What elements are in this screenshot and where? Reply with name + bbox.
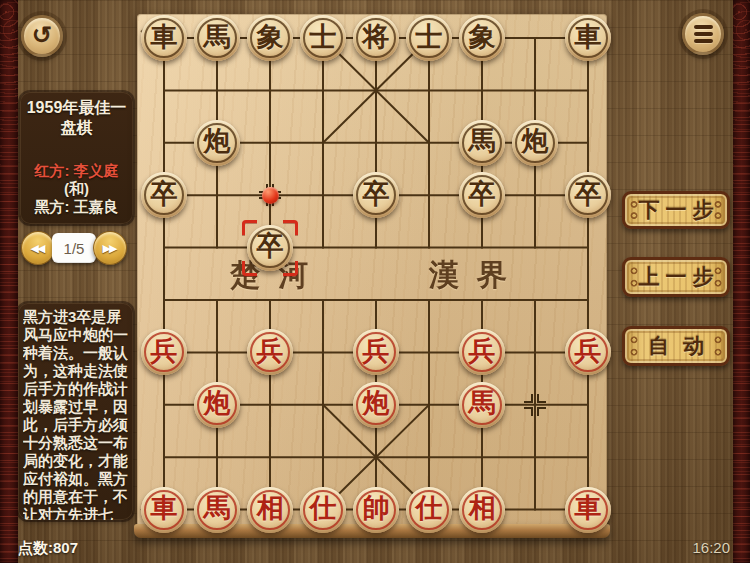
piece-glyph: 兵 xyxy=(151,338,178,365)
piece-red-相[interactable]: 相 xyxy=(247,487,293,533)
piece-glyph: 兵 xyxy=(469,338,496,365)
red-player-label: 红方: 李义庭 xyxy=(20,162,133,181)
right-ornament-strip xyxy=(733,0,750,563)
scroll-ornament-icon xyxy=(713,200,723,220)
piece-red-馬[interactable]: 馬 xyxy=(459,382,505,428)
piece-glyph: 車 xyxy=(151,495,178,522)
piece-black-象[interactable]: 象 xyxy=(247,15,293,61)
piece-black-車[interactable]: 車 xyxy=(565,15,611,61)
piece-glyph: 仕 xyxy=(416,495,443,522)
piece-glyph: 馬 xyxy=(204,495,231,522)
double-left-chevron-icon: ◀◀ xyxy=(31,242,44,255)
piece-glyph: 卒 xyxy=(363,181,390,208)
piece-red-炮[interactable]: 炮 xyxy=(353,382,399,428)
piece-glyph: 炮 xyxy=(204,390,231,417)
piece-glyph: 相 xyxy=(469,495,496,522)
piece-glyph: 象 xyxy=(257,24,284,51)
piece-black-象[interactable]: 象 xyxy=(459,15,505,61)
piece-glyph: 卒 xyxy=(575,181,602,208)
double-right-chevron-icon: ▶▶ xyxy=(103,242,116,255)
piece-red-炮[interactable]: 炮 xyxy=(194,382,240,428)
piece-black-将[interactable]: 将 xyxy=(353,15,399,61)
piece-glyph: 士 xyxy=(310,24,337,51)
piece-red-車[interactable]: 車 xyxy=(565,487,611,533)
prev-move-button[interactable]: 上一步 xyxy=(622,257,730,297)
scroll-ornament-icon xyxy=(713,266,723,288)
piece-glyph: 車 xyxy=(575,495,602,522)
auto-play-label: 自动 xyxy=(634,332,718,360)
piece-black-卒[interactable]: 卒 xyxy=(353,172,399,218)
points-counter: 点数:807 xyxy=(18,539,78,558)
next-game-button[interactable]: ▶▶ xyxy=(93,231,127,265)
piece-glyph: 帥 xyxy=(363,495,390,522)
game-position-indicator: 1/5 xyxy=(52,233,96,263)
piece-glyph: 卒 xyxy=(151,181,178,208)
piece-black-馬[interactable]: 馬 xyxy=(459,120,505,166)
piece-red-帥[interactable]: 帥 xyxy=(353,487,399,533)
piece-red-馬[interactable]: 馬 xyxy=(194,487,240,533)
piece-glyph: 象 xyxy=(469,24,496,51)
menu-icon xyxy=(694,25,713,29)
piece-black-馬[interactable]: 馬 xyxy=(194,15,240,61)
undo-button[interactable]: ↺ xyxy=(21,15,63,57)
piece-glyph: 兵 xyxy=(363,338,390,365)
piece-black-卒[interactable]: 卒 xyxy=(459,172,505,218)
piece-black-卒[interactable]: 卒 xyxy=(141,172,187,218)
game-title: 1959年最佳一盘棋 xyxy=(24,98,129,138)
piece-black-卒[interactable]: 卒 xyxy=(565,172,611,218)
commentary-panel[interactable]: 黑方进3卒是屏风马应中炮的一种着法。一般认为，这种走法使后手方的作战计划暴露过早… xyxy=(18,303,133,520)
scroll-ornament-icon xyxy=(629,335,639,357)
piece-glyph: 士 xyxy=(416,24,443,51)
piece-black-卒[interactable]: 卒 xyxy=(247,225,293,271)
commentary-text: 黑方进3卒是屏风马应中炮的一种着法。一般认为，这种走法使后手方的作战计划暴露过早… xyxy=(23,308,128,520)
position-marker xyxy=(524,394,546,416)
next-move-label: 下一步 xyxy=(633,196,720,224)
system-clock: 16:20 xyxy=(692,539,730,556)
piece-glyph: 将 xyxy=(363,24,390,51)
prev-move-label: 上一步 xyxy=(633,263,720,291)
scroll-ornament-icon xyxy=(629,200,639,220)
piece-glyph: 仕 xyxy=(310,495,337,522)
piece-glyph: 車 xyxy=(575,24,602,51)
piece-glyph: 兵 xyxy=(575,338,602,365)
menu-button[interactable] xyxy=(682,13,724,55)
piece-red-車[interactable]: 車 xyxy=(141,487,187,533)
piece-glyph: 相 xyxy=(257,495,284,522)
piece-glyph: 馬 xyxy=(204,24,231,51)
app-screen: ↺ 1959年最佳一盘棋 红方: 李义庭 (和) 黑方: 王嘉良 ◀◀ 1/5 … xyxy=(0,0,750,563)
piece-glyph: 卒 xyxy=(257,233,284,260)
scroll-ornament-icon xyxy=(629,266,639,288)
piece-black-士[interactable]: 士 xyxy=(300,15,346,61)
black-player-label: 黑方: 王嘉良 xyxy=(20,198,133,217)
river-label-han: 漢界 xyxy=(406,255,530,296)
last-move-origin-marker xyxy=(262,187,279,204)
piece-red-仕[interactable]: 仕 xyxy=(300,487,346,533)
undo-icon: ↺ xyxy=(32,23,52,47)
piece-glyph: 馬 xyxy=(469,128,496,155)
game-info-panel: 1959年最佳一盘棋 红方: 李义庭 (和) 黑方: 王嘉良 xyxy=(20,92,133,224)
auto-play-button[interactable]: 自动 xyxy=(622,326,730,366)
piece-glyph: 炮 xyxy=(204,128,231,155)
piece-glyph: 馬 xyxy=(469,390,496,417)
prev-game-button[interactable]: ◀◀ xyxy=(21,231,55,265)
piece-black-炮[interactable]: 炮 xyxy=(194,120,240,166)
piece-red-相[interactable]: 相 xyxy=(459,487,505,533)
scroll-ornament-icon xyxy=(713,335,723,357)
piece-glyph: 車 xyxy=(151,24,178,51)
piece-glyph: 炮 xyxy=(363,390,390,417)
result-label: (和) xyxy=(20,180,133,199)
piece-glyph: 炮 xyxy=(522,128,549,155)
piece-black-車[interactable]: 車 xyxy=(141,15,187,61)
left-ornament-strip xyxy=(0,0,18,563)
piece-glyph: 卒 xyxy=(469,181,496,208)
xiangqi-board[interactable]: 楚河 漢界 車馬象士将士象車炮馬炮卒卒卒卒卒兵兵兵兵兵炮炮馬車馬相仕帥仕相車 xyxy=(137,14,607,527)
piece-black-炮[interactable]: 炮 xyxy=(512,120,558,166)
piece-glyph: 兵 xyxy=(257,338,284,365)
piece-black-士[interactable]: 士 xyxy=(406,15,452,61)
next-move-button[interactable]: 下一步 xyxy=(622,191,730,229)
piece-red-仕[interactable]: 仕 xyxy=(406,487,452,533)
